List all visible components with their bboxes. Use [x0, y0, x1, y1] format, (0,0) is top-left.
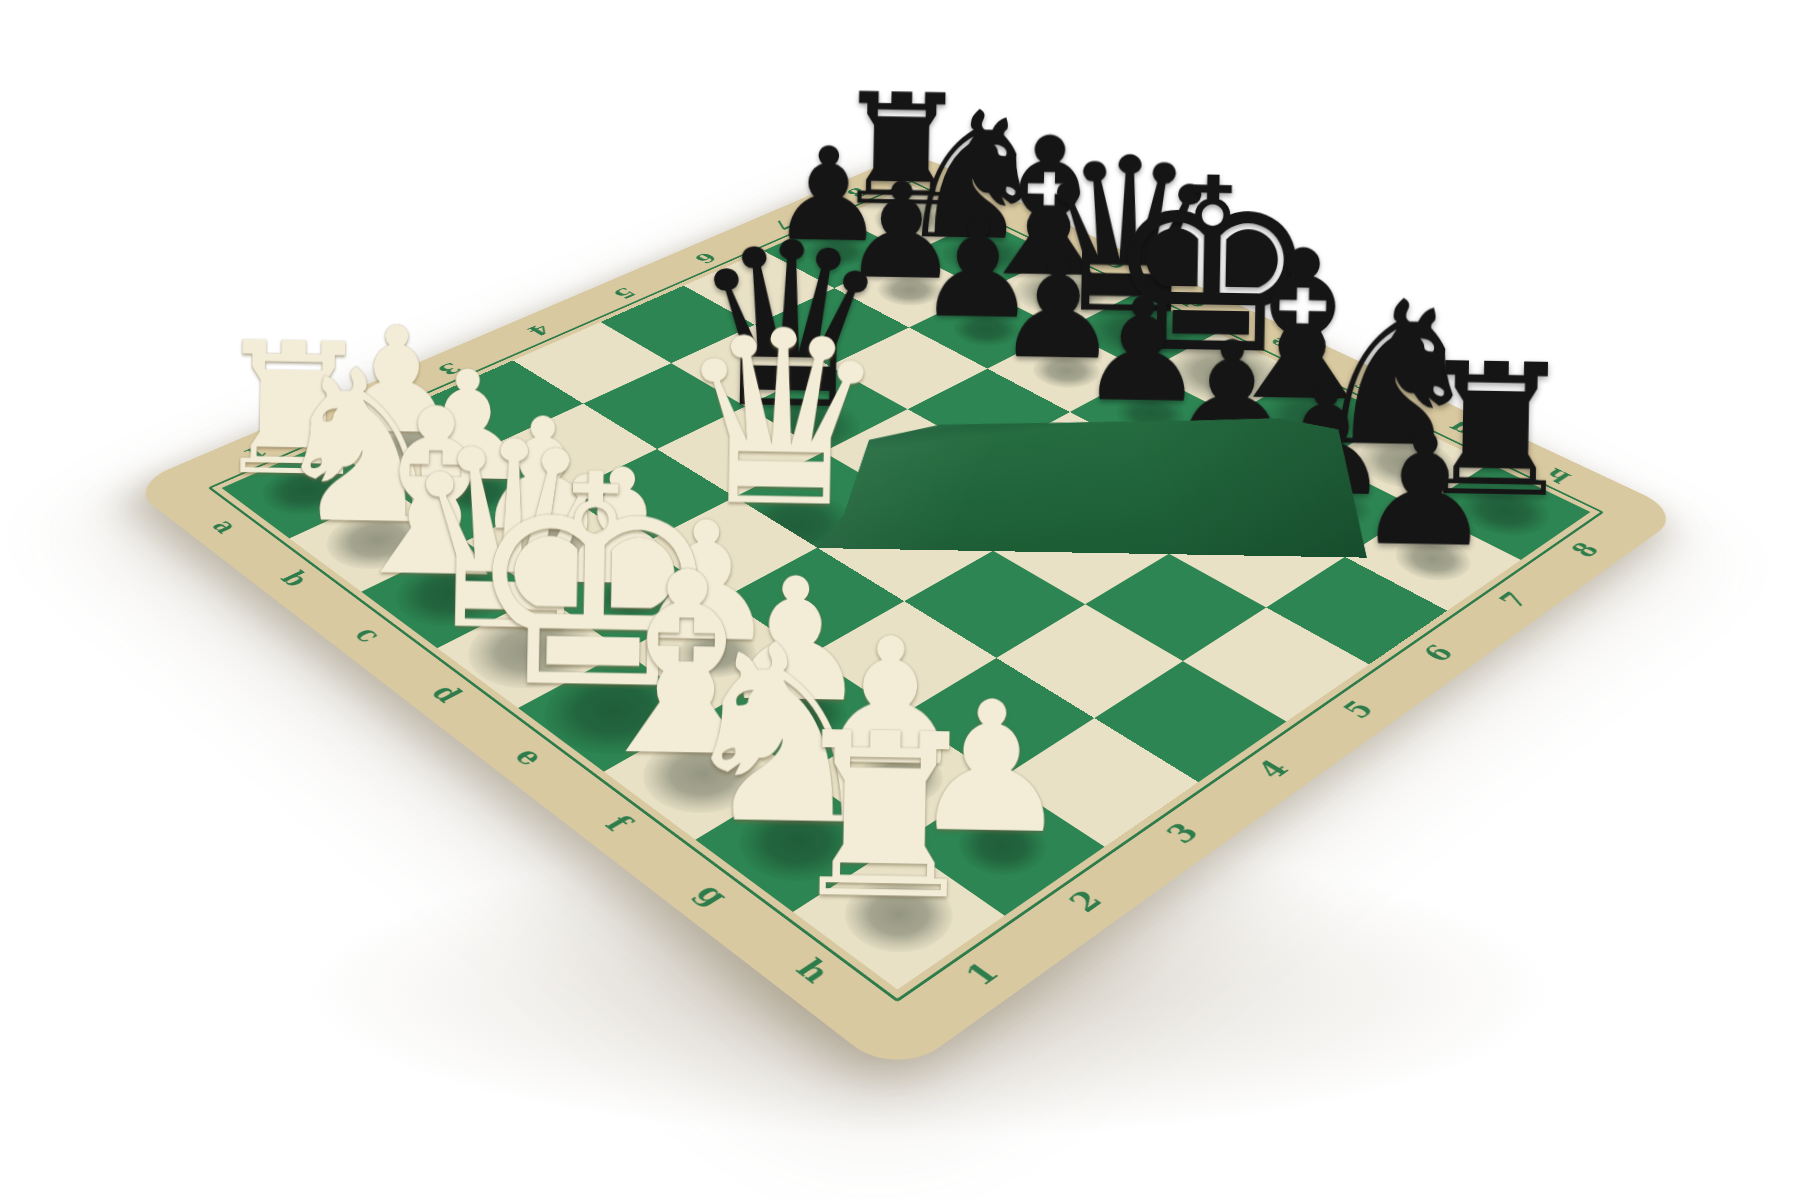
- black-pawn-icon: ♟: [1354, 416, 1495, 565]
- chess-set-photo-scene: ♜♞♝♛♚♝♞♜♟♟♟♟♟♟♟♟♛♛♟♟♟♟♟♟♟♟♜♞♝♛♚♝♞♜ aa88b…: [0, 0, 1807, 1200]
- square-h1[interactable]: ♜: [793, 843, 1004, 989]
- white-rook-icon: ♜: [781, 708, 987, 926]
